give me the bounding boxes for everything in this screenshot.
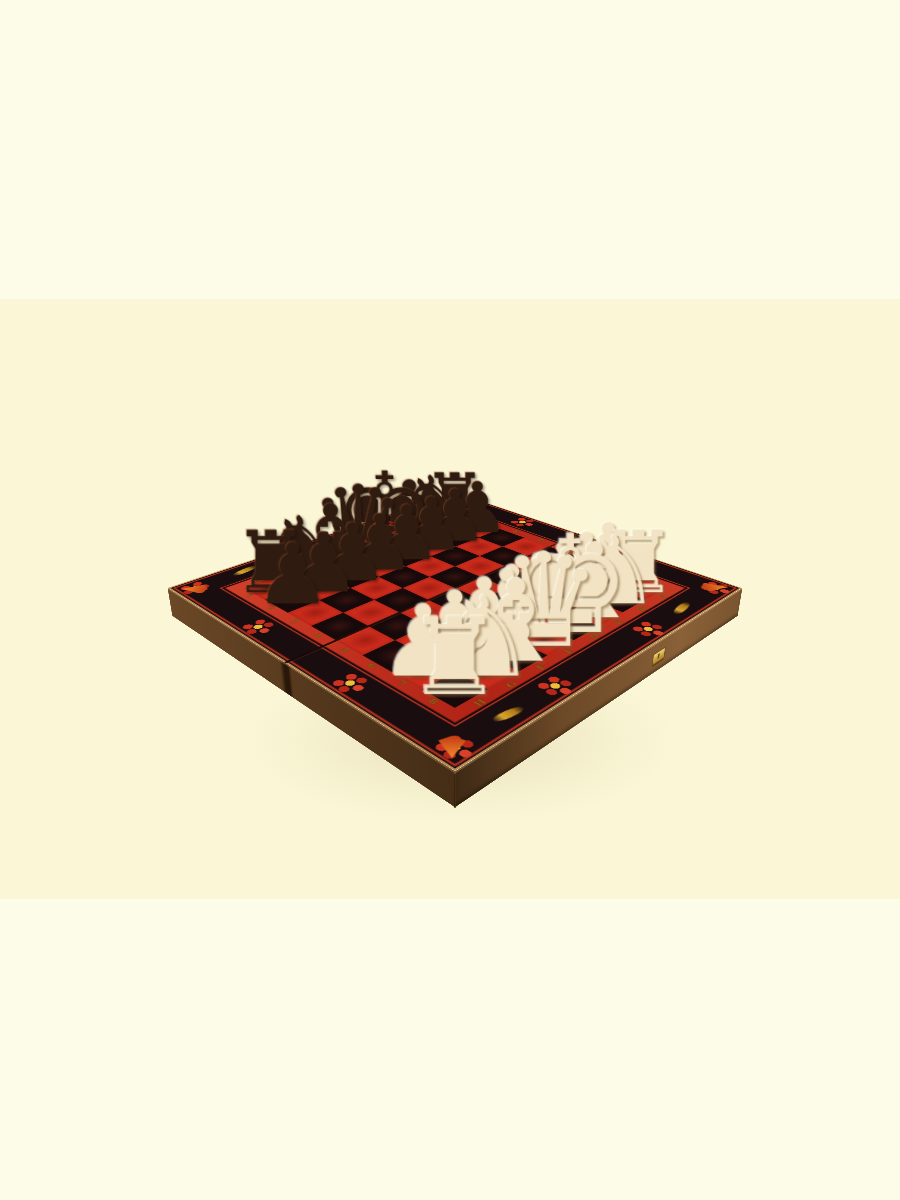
photo-canvas: 11HH22GG33FF44EE55DD66CC77BB88AA ♜♞♝♛♚♝♞… bbox=[0, 0, 900, 1200]
gold-sprig bbox=[671, 601, 693, 615]
perspective-stage: 11HH22GG33FF44EE55DD66CC77BB88AA ♜♞♝♛♚♝♞… bbox=[0, 0, 900, 1200]
corner-tulip-motif bbox=[438, 736, 466, 758]
chess-board: 11HH22GG33FF44EE55DD66CC77BB88AA ♜♞♝♛♚♝♞… bbox=[168, 492, 742, 771]
brass-latch[interactable] bbox=[652, 646, 666, 666]
gold-sprig bbox=[489, 705, 527, 724]
